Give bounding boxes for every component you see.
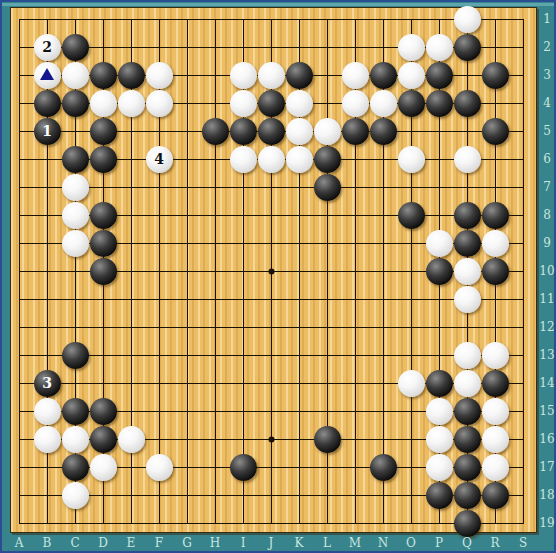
black-stone-L16[interactable]: [314, 426, 341, 453]
black-stone-K3[interactable]: [286, 62, 313, 89]
white-stone-O3[interactable]: [398, 62, 425, 89]
white-stone-R17[interactable]: [482, 454, 509, 481]
black-stone-N5[interactable]: [370, 118, 397, 145]
white-stone-K5[interactable]: [286, 118, 313, 145]
black-stone-D6[interactable]: [90, 146, 117, 173]
black-stone-D9[interactable]: [90, 230, 117, 257]
black-stone-R18[interactable]: [482, 482, 509, 509]
row-label-7: 7: [538, 180, 556, 194]
column-label-P: P: [425, 536, 453, 550]
column-label-R: R: [481, 536, 509, 550]
black-stone-L6[interactable]: [314, 146, 341, 173]
move-number-label-B14: 3: [42, 376, 52, 390]
black-stone-Q8[interactable]: [454, 202, 481, 229]
column-label-I: I: [229, 536, 257, 550]
row-label-4: 4: [538, 96, 556, 110]
column-label-K: K: [285, 536, 313, 550]
white-stone-Q13[interactable]: [454, 342, 481, 369]
column-label-C: C: [61, 536, 89, 550]
white-stone-O14[interactable]: [398, 370, 425, 397]
row-label-12: 12: [538, 320, 556, 334]
column-label-H: H: [201, 536, 229, 550]
column-label-E: E: [117, 536, 145, 550]
column-label-G: G: [173, 536, 201, 550]
white-stone-L5[interactable]: [314, 118, 341, 145]
column-label-J: J: [257, 536, 285, 550]
column-label-L: L: [313, 536, 341, 550]
black-stone-P14[interactable]: [426, 370, 453, 397]
row-label-19: 19: [538, 516, 556, 530]
row-label-17: 17: [538, 460, 556, 474]
black-stone-C15[interactable]: [62, 398, 89, 425]
black-stone-C13[interactable]: [62, 342, 89, 369]
white-stone-C8[interactable]: [62, 202, 89, 229]
white-stone-I6[interactable]: [230, 146, 257, 173]
black-stone-P18[interactable]: [426, 482, 453, 509]
column-label-S: S: [509, 536, 537, 550]
move-number-label-B5: 1: [42, 124, 52, 138]
black-stone-J4[interactable]: [258, 90, 285, 117]
black-stone-Q17[interactable]: [454, 454, 481, 481]
column-label-N: N: [369, 536, 397, 550]
row-label-13: 13: [538, 348, 556, 362]
black-stone-D16[interactable]: [90, 426, 117, 453]
white-stone-F6[interactable]: 4: [146, 146, 173, 173]
white-stone-R9[interactable]: [482, 230, 509, 257]
black-stone-L7[interactable]: [314, 174, 341, 201]
column-label-D: D: [89, 536, 117, 550]
row-label-2: 2: [538, 40, 556, 54]
black-stone-R5[interactable]: [482, 118, 509, 145]
black-stone-R8[interactable]: [482, 202, 509, 229]
white-stone-Q11[interactable]: [454, 286, 481, 313]
black-stone-Q2[interactable]: [454, 34, 481, 61]
row-label-8: 8: [538, 208, 556, 222]
white-stone-P17[interactable]: [426, 454, 453, 481]
white-stone-Q14[interactable]: [454, 370, 481, 397]
black-stone-B5[interactable]: 1: [34, 118, 61, 145]
white-stone-R15[interactable]: [482, 398, 509, 425]
column-label-M: M: [341, 536, 369, 550]
black-stone-R10[interactable]: [482, 258, 509, 285]
row-label-16: 16: [538, 432, 556, 446]
black-stone-C17[interactable]: [62, 454, 89, 481]
black-stone-C2[interactable]: [62, 34, 89, 61]
black-stone-P3[interactable]: [426, 62, 453, 89]
black-stone-E3[interactable]: [118, 62, 145, 89]
black-stone-D10[interactable]: [90, 258, 117, 285]
black-stone-D5[interactable]: [90, 118, 117, 145]
white-stone-K6[interactable]: [286, 146, 313, 173]
black-stone-H5[interactable]: [202, 118, 229, 145]
black-stone-Q4[interactable]: [454, 90, 481, 117]
white-stone-M4[interactable]: [342, 90, 369, 117]
white-stone-Q6[interactable]: [454, 146, 481, 173]
white-stone-E4[interactable]: [118, 90, 145, 117]
row-label-10: 10: [538, 264, 556, 278]
white-stone-C18[interactable]: [62, 482, 89, 509]
black-stone-J5[interactable]: [258, 118, 285, 145]
white-stone-F3[interactable]: [146, 62, 173, 89]
move-number-label-B2: 2: [42, 40, 52, 54]
white-stone-P15[interactable]: [426, 398, 453, 425]
white-stone-D4[interactable]: [90, 90, 117, 117]
row-label-14: 14: [538, 376, 556, 390]
column-label-Q: Q: [453, 536, 481, 550]
column-label-A: A: [5, 536, 33, 550]
move-number-label-F6: 4: [154, 152, 164, 166]
black-stone-C4[interactable]: [62, 90, 89, 117]
black-stone-Q15[interactable]: [454, 398, 481, 425]
white-stone-P9[interactable]: [426, 230, 453, 257]
black-stone-N17[interactable]: [370, 454, 397, 481]
white-stone-N4[interactable]: [370, 90, 397, 117]
white-stone-B16[interactable]: [34, 426, 61, 453]
black-stone-N3[interactable]: [370, 62, 397, 89]
white-stone-I4[interactable]: [230, 90, 257, 117]
white-stone-Q1[interactable]: [454, 6, 481, 33]
white-stone-C16[interactable]: [62, 426, 89, 453]
black-stone-O8[interactable]: [398, 202, 425, 229]
black-stone-Q18[interactable]: [454, 482, 481, 509]
black-stone-I5[interactable]: [230, 118, 257, 145]
black-stone-P4[interactable]: [426, 90, 453, 117]
white-stone-M3[interactable]: [342, 62, 369, 89]
white-stone-I3[interactable]: [230, 62, 257, 89]
last-move-triangle-marker: [40, 68, 54, 80]
black-stone-R14[interactable]: [482, 370, 509, 397]
row-label-15: 15: [538, 404, 556, 418]
black-stone-D3[interactable]: [90, 62, 117, 89]
black-stone-Q9[interactable]: [454, 230, 481, 257]
white-stone-D17[interactable]: [90, 454, 117, 481]
black-stone-B14[interactable]: 3: [34, 370, 61, 397]
white-stone-E16[interactable]: [118, 426, 145, 453]
black-stone-I17[interactable]: [230, 454, 257, 481]
white-stone-O6[interactable]: [398, 146, 425, 173]
row-label-18: 18: [538, 488, 556, 502]
white-stone-K4[interactable]: [286, 90, 313, 117]
black-stone-Q19[interactable]: [454, 510, 481, 537]
white-stone-F4[interactable]: [146, 90, 173, 117]
white-stone-Q10[interactable]: [454, 258, 481, 285]
white-stone-F17[interactable]: [146, 454, 173, 481]
white-stone-C9[interactable]: [62, 230, 89, 257]
row-label-11: 11: [538, 292, 556, 306]
black-stone-B4[interactable]: [34, 90, 61, 117]
white-stone-B15[interactable]: [34, 398, 61, 425]
row-label-5: 5: [538, 124, 556, 138]
board-grid[interactable]: 2143: [5, 5, 537, 537]
black-stone-O4[interactable]: [398, 90, 425, 117]
white-stone-J3[interactable]: [258, 62, 285, 89]
row-label-1: 1: [538, 12, 556, 26]
column-label-B: B: [33, 536, 61, 550]
white-stone-B2[interactable]: 2: [34, 34, 61, 61]
white-stone-R13[interactable]: [482, 342, 509, 369]
black-stone-D15[interactable]: [90, 398, 117, 425]
black-stone-D8[interactable]: [90, 202, 117, 229]
white-stone-J6[interactable]: [258, 146, 285, 173]
row-label-3: 3: [538, 68, 556, 82]
column-label-O: O: [397, 536, 425, 550]
white-stone-P2[interactable]: [426, 34, 453, 61]
black-stone-C6[interactable]: [62, 146, 89, 173]
black-stone-Q16[interactable]: [454, 426, 481, 453]
black-stone-R3[interactable]: [482, 62, 509, 89]
white-stone-C7[interactable]: [62, 174, 89, 201]
black-stone-M5[interactable]: [342, 118, 369, 145]
white-stone-O2[interactable]: [398, 34, 425, 61]
white-stone-P16[interactable]: [426, 426, 453, 453]
column-label-F: F: [145, 536, 173, 550]
row-label-9: 9: [538, 236, 556, 250]
row-label-6: 6: [538, 152, 556, 166]
white-stone-C3[interactable]: [62, 62, 89, 89]
white-stone-B3[interactable]: [34, 62, 61, 89]
white-stone-R16[interactable]: [482, 426, 509, 453]
black-stone-P10[interactable]: [426, 258, 453, 285]
